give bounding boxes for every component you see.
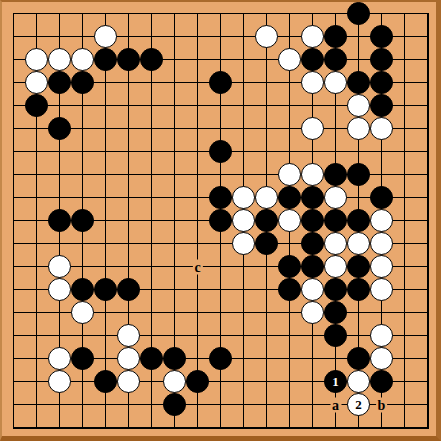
intersection	[71, 140, 94, 163]
intersection	[71, 163, 94, 186]
intersection	[94, 370, 117, 393]
intersection	[278, 163, 301, 186]
black-stone	[370, 186, 393, 209]
intersection	[393, 25, 416, 48]
intersection	[2, 416, 25, 439]
intersection	[117, 393, 140, 416]
intersection	[71, 416, 94, 439]
intersection	[25, 255, 48, 278]
intersection	[25, 416, 48, 439]
intersection	[278, 255, 301, 278]
intersection	[370, 324, 393, 347]
black-stone	[48, 71, 71, 94]
intersection	[94, 416, 117, 439]
intersection	[232, 71, 255, 94]
intersection	[370, 94, 393, 117]
intersection	[163, 416, 186, 439]
intersection	[393, 48, 416, 71]
intersection	[2, 163, 25, 186]
white-stone	[370, 117, 393, 140]
intersection	[2, 278, 25, 301]
black-stone	[163, 393, 186, 416]
intersection	[163, 324, 186, 347]
intersection	[2, 94, 25, 117]
go-board-frame: c1a2b	[0, 0, 441, 441]
intersection	[71, 232, 94, 255]
intersection	[209, 232, 232, 255]
intersection	[255, 48, 278, 71]
white-stone-move-2: 2	[347, 393, 370, 416]
white-stone	[48, 347, 71, 370]
intersection	[209, 324, 232, 347]
intersection	[94, 209, 117, 232]
intersection	[232, 393, 255, 416]
intersection	[278, 71, 301, 94]
white-stone	[94, 25, 117, 48]
intersection	[140, 347, 163, 370]
intersection	[209, 370, 232, 393]
intersection	[48, 2, 71, 25]
black-stone	[301, 186, 324, 209]
intersection	[232, 370, 255, 393]
intersection	[48, 163, 71, 186]
black-stone	[209, 140, 232, 163]
intersection	[209, 301, 232, 324]
intersection	[94, 48, 117, 71]
intersection	[25, 347, 48, 370]
black-stone	[370, 25, 393, 48]
intersection	[163, 393, 186, 416]
intersection	[140, 140, 163, 163]
intersection	[25, 140, 48, 163]
intersection	[255, 71, 278, 94]
black-stone	[48, 117, 71, 140]
intersection	[347, 370, 370, 393]
black-stone	[301, 209, 324, 232]
intersection	[370, 25, 393, 48]
intersection	[117, 232, 140, 255]
white-stone	[278, 163, 301, 186]
intersection	[2, 2, 25, 25]
intersection	[117, 71, 140, 94]
intersection	[393, 370, 416, 393]
intersection	[2, 117, 25, 140]
black-stone	[301, 255, 324, 278]
intersection	[301, 255, 324, 278]
intersection	[48, 209, 71, 232]
white-stone	[48, 255, 71, 278]
intersection	[71, 71, 94, 94]
intersection	[48, 117, 71, 140]
intersection	[393, 2, 416, 25]
intersection	[140, 255, 163, 278]
intersection	[416, 163, 439, 186]
intersection	[232, 94, 255, 117]
intersection	[301, 393, 324, 416]
intersection	[163, 209, 186, 232]
intersection	[393, 71, 416, 94]
black-stone	[209, 186, 232, 209]
intersection	[140, 393, 163, 416]
intersection	[370, 416, 393, 439]
intersection	[186, 94, 209, 117]
intersection	[186, 117, 209, 140]
intersection	[347, 209, 370, 232]
intersection	[255, 255, 278, 278]
intersection	[301, 2, 324, 25]
intersection	[301, 232, 324, 255]
black-stone	[209, 71, 232, 94]
intersection	[232, 324, 255, 347]
black-stone	[163, 347, 186, 370]
point-label-a: a	[330, 397, 341, 412]
intersection	[117, 255, 140, 278]
intersection	[278, 370, 301, 393]
white-stone	[301, 71, 324, 94]
intersection	[186, 48, 209, 71]
intersection	[278, 186, 301, 209]
intersection	[416, 347, 439, 370]
intersection	[48, 232, 71, 255]
intersection	[117, 209, 140, 232]
intersection	[94, 163, 117, 186]
intersection	[393, 347, 416, 370]
intersection	[301, 278, 324, 301]
intersection	[25, 370, 48, 393]
intersection	[117, 370, 140, 393]
intersection	[163, 140, 186, 163]
intersection	[94, 255, 117, 278]
intersection	[393, 301, 416, 324]
intersection	[163, 347, 186, 370]
intersection	[2, 186, 25, 209]
intersection	[163, 278, 186, 301]
intersection	[71, 186, 94, 209]
intersection	[209, 163, 232, 186]
intersection	[163, 186, 186, 209]
intersection	[255, 324, 278, 347]
intersection	[416, 416, 439, 439]
intersection	[163, 2, 186, 25]
intersection	[370, 370, 393, 393]
intersection	[347, 324, 370, 347]
intersection	[117, 2, 140, 25]
intersection	[370, 71, 393, 94]
intersection	[232, 117, 255, 140]
intersection	[232, 278, 255, 301]
black-stone	[324, 209, 347, 232]
point-label-b: b	[376, 397, 388, 412]
white-stone	[232, 232, 255, 255]
intersection	[71, 209, 94, 232]
intersection	[393, 278, 416, 301]
intersection	[278, 232, 301, 255]
black-stone	[209, 347, 232, 370]
intersection	[232, 25, 255, 48]
intersection	[163, 163, 186, 186]
intersection	[209, 94, 232, 117]
intersection	[209, 416, 232, 439]
intersection	[255, 393, 278, 416]
intersection	[71, 117, 94, 140]
intersection	[71, 347, 94, 370]
intersection	[48, 48, 71, 71]
intersection	[186, 278, 209, 301]
intersection	[301, 94, 324, 117]
intersection	[324, 140, 347, 163]
white-stone	[278, 209, 301, 232]
white-stone	[117, 347, 140, 370]
intersection	[278, 347, 301, 370]
intersection	[393, 140, 416, 163]
intersection	[48, 278, 71, 301]
intersection: 2	[347, 393, 370, 416]
intersection	[163, 117, 186, 140]
intersection	[301, 301, 324, 324]
intersection	[393, 209, 416, 232]
white-stone	[301, 117, 324, 140]
intersection	[71, 301, 94, 324]
intersection	[94, 324, 117, 347]
black-stone	[347, 163, 370, 186]
intersection	[117, 416, 140, 439]
intersection	[71, 94, 94, 117]
intersection	[393, 163, 416, 186]
intersection	[232, 163, 255, 186]
intersection	[255, 347, 278, 370]
intersection	[186, 163, 209, 186]
black-stone	[255, 232, 278, 255]
intersection	[347, 416, 370, 439]
intersection	[140, 94, 163, 117]
intersection	[163, 71, 186, 94]
white-stone	[301, 163, 324, 186]
intersection	[140, 232, 163, 255]
intersection	[140, 278, 163, 301]
black-stone	[347, 255, 370, 278]
intersection	[2, 370, 25, 393]
intersection	[347, 71, 370, 94]
intersection	[117, 117, 140, 140]
intersection	[301, 25, 324, 48]
intersection	[255, 2, 278, 25]
intersection	[301, 209, 324, 232]
intersection	[370, 278, 393, 301]
intersection	[324, 48, 347, 71]
intersection	[186, 209, 209, 232]
intersection	[94, 278, 117, 301]
intersection	[25, 48, 48, 71]
intersection	[48, 416, 71, 439]
intersection	[94, 393, 117, 416]
intersection	[117, 140, 140, 163]
intersection	[209, 140, 232, 163]
intersection	[347, 2, 370, 25]
intersection	[186, 2, 209, 25]
intersection	[347, 25, 370, 48]
intersection	[255, 370, 278, 393]
intersection	[393, 186, 416, 209]
intersection	[324, 25, 347, 48]
intersection	[25, 232, 48, 255]
intersection	[324, 117, 347, 140]
black-stone-move-1: 1	[324, 370, 347, 393]
intersection	[416, 48, 439, 71]
intersection	[301, 186, 324, 209]
intersection	[393, 255, 416, 278]
intersection	[140, 71, 163, 94]
intersection	[186, 416, 209, 439]
intersection	[209, 209, 232, 232]
intersection	[416, 232, 439, 255]
black-stone	[117, 278, 140, 301]
white-stone	[324, 255, 347, 278]
intersection	[393, 416, 416, 439]
intersection	[94, 94, 117, 117]
intersection	[347, 278, 370, 301]
intersection	[347, 163, 370, 186]
intersection	[2, 347, 25, 370]
black-stone	[278, 186, 301, 209]
black-stone	[209, 209, 232, 232]
intersection	[48, 71, 71, 94]
intersection	[370, 347, 393, 370]
intersection	[117, 186, 140, 209]
intersection	[209, 71, 232, 94]
intersection	[163, 94, 186, 117]
intersection	[117, 301, 140, 324]
black-stone	[347, 2, 370, 25]
intersection	[255, 25, 278, 48]
intersection	[94, 186, 117, 209]
intersection	[255, 278, 278, 301]
white-stone	[347, 370, 370, 393]
intersection	[2, 301, 25, 324]
intersection	[416, 324, 439, 347]
intersection	[255, 186, 278, 209]
intersection	[324, 71, 347, 94]
white-stone	[370, 278, 393, 301]
intersection: b	[370, 393, 393, 416]
intersection	[2, 255, 25, 278]
intersection	[347, 301, 370, 324]
intersection	[48, 255, 71, 278]
black-stone	[347, 209, 370, 232]
intersection	[2, 393, 25, 416]
black-stone	[71, 209, 94, 232]
intersection	[324, 301, 347, 324]
intersection	[94, 347, 117, 370]
intersection	[25, 278, 48, 301]
intersection	[25, 186, 48, 209]
black-stone	[140, 347, 163, 370]
intersection	[232, 232, 255, 255]
intersection	[370, 2, 393, 25]
black-stone	[25, 94, 48, 117]
intersection	[25, 71, 48, 94]
intersection	[186, 25, 209, 48]
black-stone	[370, 48, 393, 71]
black-stone	[370, 370, 393, 393]
intersection	[209, 393, 232, 416]
intersection	[255, 117, 278, 140]
intersection	[71, 2, 94, 25]
white-stone	[370, 324, 393, 347]
intersection	[301, 347, 324, 370]
intersection	[186, 370, 209, 393]
intersection	[278, 324, 301, 347]
intersection	[94, 117, 117, 140]
intersection	[94, 232, 117, 255]
intersection	[278, 209, 301, 232]
intersection	[370, 117, 393, 140]
intersection	[117, 94, 140, 117]
intersection	[25, 117, 48, 140]
black-stone	[278, 278, 301, 301]
intersection	[25, 209, 48, 232]
black-stone	[370, 94, 393, 117]
intersection	[117, 324, 140, 347]
intersection	[140, 48, 163, 71]
intersection	[48, 25, 71, 48]
intersection	[163, 301, 186, 324]
intersection	[117, 278, 140, 301]
white-stone	[71, 301, 94, 324]
intersection	[140, 25, 163, 48]
intersection	[324, 416, 347, 439]
white-stone	[278, 48, 301, 71]
intersection	[48, 140, 71, 163]
white-stone	[48, 370, 71, 393]
black-stone	[94, 278, 117, 301]
intersection	[301, 48, 324, 71]
intersection: 1	[324, 370, 347, 393]
black-stone	[324, 25, 347, 48]
white-stone	[324, 71, 347, 94]
intersection	[48, 301, 71, 324]
intersection	[278, 301, 301, 324]
intersection	[232, 186, 255, 209]
intersection	[186, 324, 209, 347]
black-stone	[48, 209, 71, 232]
intersection	[255, 416, 278, 439]
white-stone	[324, 232, 347, 255]
go-board-grid: c1a2b	[2, 2, 439, 439]
intersection	[140, 209, 163, 232]
intersection	[370, 186, 393, 209]
intersection	[416, 209, 439, 232]
intersection	[140, 186, 163, 209]
intersection	[324, 347, 347, 370]
intersection: a	[324, 393, 347, 416]
intersection	[140, 416, 163, 439]
intersection	[186, 301, 209, 324]
intersection	[48, 186, 71, 209]
intersection	[71, 324, 94, 347]
intersection	[416, 278, 439, 301]
intersection	[2, 71, 25, 94]
intersection	[163, 48, 186, 71]
intersection	[2, 140, 25, 163]
intersection	[209, 186, 232, 209]
black-stone	[71, 71, 94, 94]
intersection	[163, 370, 186, 393]
intersection	[71, 255, 94, 278]
intersection	[48, 94, 71, 117]
white-stone	[324, 186, 347, 209]
intersection	[393, 393, 416, 416]
black-stone	[301, 48, 324, 71]
